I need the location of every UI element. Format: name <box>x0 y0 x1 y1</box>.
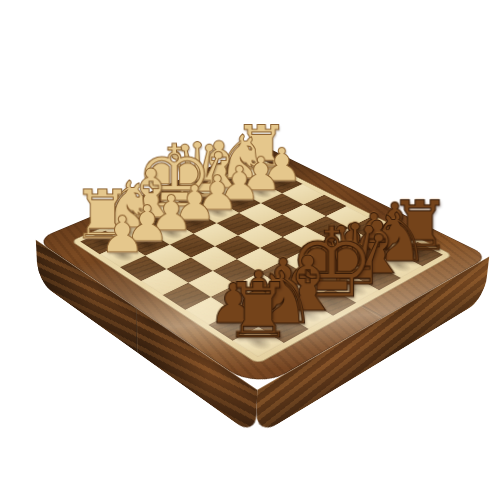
board-frame: ♜♟♟♜♞♟♟♞♝♟♟♝♛♟♟♛♚♟♟♚♝♟♟♝♞♟♟♞♜♟♟♜ <box>36 145 489 390</box>
piece-shadow <box>87 234 118 251</box>
piece-shadow <box>240 331 277 353</box>
square-c5 <box>283 226 328 249</box>
piece-white-bishop-f1: ♝ <box>121 160 182 227</box>
square-h3 <box>120 256 166 281</box>
square-h2: ♟ <box>100 243 145 267</box>
piece-shadow <box>379 233 412 250</box>
piece-billboard: ♟ <box>379 225 411 257</box>
piece-billboard: ♜ <box>404 238 436 270</box>
product-photo-canvas: ♜♟♟♜♞♟♟♞♝♟♟♝♛♟♟♛♚♟♟♚♝♟♟♝♞♟♟♞♜♟♟♜ <box>0 0 500 500</box>
square-h1: ♜ <box>80 231 125 254</box>
piece-shadow <box>216 316 252 337</box>
piece-shadow <box>403 245 437 263</box>
piece-shadow <box>106 246 138 264</box>
piece-white-rook-a1: ♜ <box>234 118 289 179</box>
fold-seam <box>136 307 138 353</box>
piece-billboard: ♟ <box>266 283 300 317</box>
photo-scene: ♜♟♟♜♞♟♟♞♝♟♟♝♛♟♟♛♚♟♟♚♝♟♟♝♞♟♟♞♜♟♟♜ <box>0 0 500 500</box>
piece-black-pawn-a7: ♟ <box>373 197 417 247</box>
piece-white-pawn-a2: ♟ <box>261 142 302 188</box>
chess-board-box: ♜♟♟♜♞♟♟♞♝♟♟♝♛♟♟♛♚♟♟♚♝♟♟♝♞♟♟♞♜♟♟♜ <box>36 145 489 390</box>
piece-shadow <box>382 256 416 274</box>
piece-shadow <box>360 268 394 287</box>
square-b8: ♞ <box>376 253 423 278</box>
